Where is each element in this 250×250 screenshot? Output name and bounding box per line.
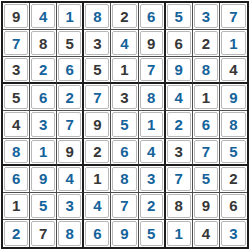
sudoku-cell-inner: 9: [85, 112, 109, 136]
given-digit: 9: [66, 144, 74, 159]
given-digit: 2: [229, 171, 237, 186]
sudoku-cell-inner: 3: [31, 112, 55, 136]
sudoku-cell-inner: 9: [221, 85, 246, 109]
sudoku-cell-inner: 1: [194, 85, 218, 109]
filled-digit: 5: [120, 117, 128, 132]
sudoku-cell-inner: 8: [221, 112, 246, 136]
sudoku-cell-inner: 6: [31, 85, 55, 109]
sudoku-cell-inner: 1: [112, 58, 136, 81]
sudoku-cell-r7c7[interactable]: 7: [166, 166, 193, 193]
sudoku-cell-r1c8[interactable]: 3: [193, 3, 220, 30]
given-digit: 1: [120, 62, 128, 77]
sudoku-cell-r9c4[interactable]: 6: [84, 220, 111, 247]
sudoku-cell-inner: 2: [31, 58, 55, 81]
sudoku-cell-r7c5[interactable]: 8: [111, 166, 138, 193]
given-digit: 3: [93, 36, 101, 51]
sudoku-cell-inner: 5: [167, 4, 191, 28]
sudoku-cell-inner: 2: [112, 4, 136, 28]
given-digit: 6: [229, 198, 237, 213]
sudoku-cell-inner: 1: [4, 194, 28, 218]
sudoku-cell-inner: 8: [112, 167, 136, 191]
sudoku-cell-r7c6[interactable]: 3: [139, 166, 166, 193]
sudoku-cell-inner: 5: [221, 140, 246, 163]
sudoku-cell-r2c4[interactable]: 3: [84, 30, 111, 57]
sudoku-cell-inner: 4: [140, 140, 163, 163]
sudoku-cell-inner: 9: [4, 4, 28, 28]
sudoku-cell-r4c9[interactable]: 9: [220, 84, 247, 111]
sudoku-cell-inner: 6: [4, 167, 28, 191]
filled-digit: 7: [175, 171, 183, 186]
given-digit: 9: [202, 198, 210, 213]
given-digit: 5: [66, 36, 74, 51]
sudoku-cell-r9c7[interactable]: 1: [166, 220, 193, 247]
sudoku-cell-r4c6[interactable]: 8: [139, 84, 166, 111]
sudoku-cell-r1c7[interactable]: 5: [166, 3, 193, 30]
sudoku-cell-r6c7[interactable]: 3: [166, 139, 193, 166]
given-digit: 2: [120, 9, 128, 24]
filled-digit: 9: [175, 62, 183, 77]
sudoku-board: 9418265377853496213265179845627384194379…: [1, 1, 249, 249]
sudoku-cell-r2c6[interactable]: 9: [139, 30, 166, 57]
filled-digit: 7: [93, 90, 101, 105]
sudoku-cell-inner: 5: [85, 58, 109, 81]
sudoku-cell-inner: 8: [194, 58, 218, 81]
filled-digit: 8: [66, 226, 74, 241]
given-digit: 3: [12, 62, 20, 77]
sudoku-cell-r4c1[interactable]: 5: [3, 84, 30, 111]
sudoku-cell-inner: 7: [167, 167, 191, 191]
sudoku-cell-r5c3[interactable]: 7: [57, 111, 84, 138]
sudoku-cell-r8c2[interactable]: 5: [30, 193, 57, 220]
sudoku-cell-inner: 1: [167, 221, 191, 246]
sudoku-cell-r6c9[interactable]: 5: [220, 139, 247, 166]
filled-digit: 5: [147, 226, 155, 241]
sudoku-cell-r5c4[interactable]: 9: [84, 111, 111, 138]
sudoku-cell-inner: 8: [31, 31, 55, 55]
sudoku-cell-r6c8[interactable]: 7: [193, 139, 220, 166]
sudoku-cell-inner: 4: [194, 221, 218, 246]
sudoku-cell-r7c4[interactable]: 1: [84, 166, 111, 193]
sudoku-cell-inner: 2: [221, 167, 246, 191]
sudoku-cell-r7c3[interactable]: 4: [57, 166, 84, 193]
filled-digit: 4: [147, 144, 155, 159]
sudoku-cell-inner: 8: [140, 85, 163, 109]
given-digit: 7: [39, 226, 47, 241]
given-digit: 3: [175, 144, 183, 159]
sudoku-cell-r3c9[interactable]: 4: [220, 57, 247, 84]
filled-digit: 2: [12, 226, 20, 241]
sudoku-cell-r2c8[interactable]: 2: [193, 30, 220, 57]
sudoku-cell-inner: 2: [85, 140, 109, 163]
filled-digit: 6: [66, 62, 74, 77]
sudoku-cell-inner: 8: [85, 4, 109, 28]
sudoku-cell-inner: 1: [140, 112, 163, 136]
sudoku-cell-r7c8[interactable]: 5: [193, 166, 220, 193]
sudoku-cell-inner: 7: [112, 194, 136, 218]
sudoku-cell-r2c2[interactable]: 8: [30, 30, 57, 57]
sudoku-cell-inner: 6: [167, 31, 191, 55]
filled-digit: 9: [229, 90, 237, 105]
sudoku-cell-inner: 1: [221, 31, 246, 55]
sudoku-cell-r5c2[interactable]: 3: [30, 111, 57, 138]
sudoku-cell-r1c9[interactable]: 7: [220, 3, 247, 30]
sudoku-cell-r8c8[interactable]: 9: [193, 193, 220, 220]
filled-digit: 3: [202, 9, 210, 24]
given-digit: 1: [12, 198, 20, 213]
sudoku-cell-inner: 4: [167, 85, 191, 109]
sudoku-cell-r8c5[interactable]: 7: [111, 193, 138, 220]
sudoku-cell-r6c4[interactable]: 2: [84, 139, 111, 166]
filled-digit: 2: [66, 90, 74, 105]
sudoku-cell-inner: 9: [31, 167, 55, 191]
filled-digit: 8: [202, 62, 210, 77]
sudoku-cell-inner: 4: [112, 31, 136, 55]
sudoku-cell-r6c1[interactable]: 8: [3, 139, 30, 166]
sudoku-cell-inner: 3: [4, 58, 28, 81]
sudoku-cell-inner: 5: [112, 112, 136, 136]
filled-digit: 7: [66, 117, 74, 132]
sudoku-cell-r4c8[interactable]: 1: [193, 84, 220, 111]
filled-digit: 9: [120, 226, 128, 241]
sudoku-cell-r4c3[interactable]: 2: [57, 84, 84, 111]
sudoku-cell-inner: 5: [58, 31, 81, 55]
filled-digit: 6: [93, 226, 101, 241]
sudoku-cell-r3c4[interactable]: 5: [84, 57, 111, 84]
sudoku-cell-r7c2[interactable]: 9: [30, 166, 57, 193]
sudoku-cell-r5c7[interactable]: 2: [166, 111, 193, 138]
filled-digit: 4: [175, 90, 183, 105]
sudoku-cell-inner: 3: [112, 85, 136, 109]
sudoku-cell-r8c3[interactable]: 3: [57, 193, 84, 220]
filled-digit: 9: [39, 171, 47, 186]
sudoku-cell-r3c3[interactable]: 6: [57, 57, 84, 84]
sudoku-cell-r8c6[interactable]: 2: [139, 193, 166, 220]
given-digit: 5: [12, 90, 20, 105]
sudoku-cell-inner: 8: [58, 221, 81, 246]
sudoku-cell-inner: 9: [112, 221, 136, 246]
sudoku-cell-r3c1[interactable]: 3: [3, 57, 30, 84]
sudoku-cell-r9c5[interactable]: 9: [111, 220, 138, 247]
sudoku-cell-inner: 8: [4, 140, 28, 163]
filled-digit: 1: [175, 226, 183, 241]
sudoku-cell-inner: 3: [194, 4, 218, 28]
sudoku-cell-inner: 6: [194, 112, 218, 136]
sudoku-cell-inner: 4: [221, 58, 246, 81]
sudoku-cell-r9c1[interactable]: 2: [3, 220, 30, 247]
sudoku-cell-inner: 2: [167, 112, 191, 136]
sudoku-cell-r6c5[interactable]: 6: [111, 139, 138, 166]
sudoku-cell-inner: 5: [194, 167, 218, 191]
sudoku-cell-inner: 7: [4, 31, 28, 55]
filled-digit: 2: [147, 198, 155, 213]
given-digit: 8: [39, 36, 47, 51]
filled-digit: 6: [12, 171, 20, 186]
given-digit: 6: [175, 36, 183, 51]
sudoku-cell-r4c5[interactable]: 3: [111, 84, 138, 111]
sudoku-cell-inner: 5: [4, 85, 28, 109]
sudoku-cell-r2c1[interactable]: 7: [3, 30, 30, 57]
filled-digit: 3: [66, 198, 74, 213]
given-digit: 2: [202, 36, 210, 51]
filled-digit: 5: [202, 171, 210, 186]
sudoku-cell-r3c2[interactable]: 2: [30, 57, 57, 84]
sudoku-cell-r1c5[interactable]: 2: [111, 3, 138, 30]
filled-digit: 7: [12, 36, 20, 51]
sudoku-cell-inner: 6: [112, 140, 136, 163]
sudoku-cell-inner: 4: [31, 4, 55, 28]
filled-digit: 7: [147, 62, 155, 77]
sudoku-cell-r5c8[interactable]: 6: [193, 111, 220, 138]
sudoku-cell-r2c7[interactable]: 6: [166, 30, 193, 57]
filled-digit: 6: [202, 117, 210, 132]
filled-digit: 8: [93, 9, 101, 24]
sudoku-cell-inner: 9: [167, 58, 191, 81]
sudoku-cell-r5c5[interactable]: 5: [111, 111, 138, 138]
sudoku-cell-r2c5[interactable]: 4: [111, 30, 138, 57]
filled-digit: 1: [229, 36, 237, 51]
given-digit: 9: [12, 9, 20, 24]
sudoku-cell-inner: 6: [221, 194, 246, 218]
filled-digit: 1: [66, 9, 74, 24]
sudoku-cell-r7c9[interactable]: 2: [220, 166, 247, 193]
filled-digit: 3: [147, 171, 155, 186]
given-digit: 4: [12, 117, 20, 132]
sudoku-grid: 9418265377853496213265179845627384194379…: [3, 3, 247, 247]
sudoku-cell-r2c3[interactable]: 5: [57, 30, 84, 57]
sudoku-cell-r4c4[interactable]: 7: [84, 84, 111, 111]
sudoku-cell-r1c6[interactable]: 6: [139, 3, 166, 30]
filled-digit: 3: [39, 117, 47, 132]
sudoku-cell-r3c7[interactable]: 9: [166, 57, 193, 84]
sudoku-cell-inner: 9: [58, 140, 81, 163]
sudoku-cell-inner: 4: [85, 194, 109, 218]
sudoku-cell-r3c6[interactable]: 7: [139, 57, 166, 84]
sudoku-cell-r5c6[interactable]: 1: [139, 111, 166, 138]
sudoku-cell-r9c2[interactable]: 7: [30, 220, 57, 247]
sudoku-cell-inner: 9: [194, 194, 218, 218]
sudoku-cell-r9c9[interactable]: 3: [220, 220, 247, 247]
sudoku-cell-inner: 2: [194, 31, 218, 55]
sudoku-cell-inner: 3: [140, 167, 163, 191]
sudoku-cell-inner: 3: [58, 194, 81, 218]
sudoku-cell-r8c7[interactable]: 8: [166, 193, 193, 220]
sudoku-cell-inner: 4: [4, 112, 28, 136]
filled-digit: 4: [66, 171, 74, 186]
sudoku-cell-r9c6[interactable]: 5: [139, 220, 166, 247]
sudoku-cell-r3c8[interactable]: 8: [193, 57, 220, 84]
given-digit: 1: [202, 90, 210, 105]
given-digit: 3: [120, 90, 128, 105]
given-digit: 5: [93, 62, 101, 77]
sudoku-cell-r3c5[interactable]: 1: [111, 57, 138, 84]
sudoku-cell-inner: 6: [58, 58, 81, 81]
filled-digit: 7: [120, 198, 128, 213]
sudoku-cell-r8c9[interactable]: 6: [220, 193, 247, 220]
filled-digit: 1: [39, 144, 47, 159]
filled-digit: 4: [120, 36, 128, 51]
sudoku-cell-r4c7[interactable]: 4: [166, 84, 193, 111]
sudoku-cell-inner: 3: [85, 31, 109, 55]
sudoku-cell-inner: 6: [140, 4, 163, 28]
sudoku-cell-inner: 2: [140, 194, 163, 218]
sudoku-cell-inner: 8: [167, 194, 191, 218]
sudoku-cell-r6c3[interactable]: 9: [57, 139, 84, 166]
sudoku-cell-r6c6[interactable]: 4: [139, 139, 166, 166]
sudoku-cell-r1c1[interactable]: 9: [3, 3, 30, 30]
filled-digit: 2: [39, 62, 47, 77]
sudoku-cell-inner: 7: [221, 4, 246, 28]
given-digit: 4: [229, 62, 237, 77]
sudoku-cell-r5c9[interactable]: 8: [220, 111, 247, 138]
given-digit: 9: [93, 117, 101, 132]
filled-digit: 7: [229, 9, 237, 24]
filled-digit: 8: [12, 144, 20, 159]
sudoku-cell-r2c9[interactable]: 1: [220, 30, 247, 57]
sudoku-cell-inner: 3: [221, 221, 246, 246]
sudoku-cell-r7c1[interactable]: 6: [3, 166, 30, 193]
given-digit: 2: [93, 144, 101, 159]
sudoku-cell-r1c4[interactable]: 8: [84, 3, 111, 30]
given-digit: 4: [202, 226, 210, 241]
filled-digit: 2: [175, 117, 183, 132]
filled-digit: 8: [147, 90, 155, 105]
filled-digit: 6: [120, 144, 128, 159]
given-digit: 8: [175, 198, 183, 213]
sudoku-cell-inner: 1: [31, 140, 55, 163]
sudoku-cell-inner: 7: [31, 221, 55, 246]
sudoku-cell-r1c2[interactable]: 4: [30, 3, 57, 30]
filled-digit: 6: [147, 9, 155, 24]
filled-digit: 6: [39, 90, 47, 105]
sudoku-cell-r5c1[interactable]: 4: [3, 111, 30, 138]
sudoku-cell-inner: 7: [194, 140, 218, 163]
filled-digit: 5: [39, 198, 47, 213]
given-digit: 9: [147, 36, 155, 51]
filled-digit: 1: [147, 117, 155, 132]
sudoku-cell-r9c8[interactable]: 4: [193, 220, 220, 247]
filled-digit: 8: [120, 171, 128, 186]
sudoku-cell-inner: 5: [31, 194, 55, 218]
filled-digit: 3: [229, 226, 237, 241]
sudoku-cell-inner: 4: [58, 167, 81, 191]
filled-digit: 5: [229, 144, 237, 159]
sudoku-cell-r9c3[interactable]: 8: [57, 220, 84, 247]
filled-digit: 4: [39, 9, 47, 24]
sudoku-cell-inner: 9: [140, 31, 163, 55]
sudoku-cell-inner: 5: [140, 221, 163, 246]
sudoku-cell-inner: 2: [58, 85, 81, 109]
filled-digit: 8: [229, 117, 237, 132]
sudoku-cell-inner: 1: [85, 167, 109, 191]
sudoku-cell-inner: 6: [85, 221, 109, 246]
filled-digit: 7: [202, 144, 210, 159]
sudoku-cell-r4c2[interactable]: 6: [30, 84, 57, 111]
sudoku-cell-r8c1[interactable]: 1: [3, 193, 30, 220]
sudoku-cell-inner: 7: [58, 112, 81, 136]
sudoku-cell-inner: 7: [85, 85, 109, 109]
sudoku-cell-r1c3[interactable]: 1: [57, 3, 84, 30]
sudoku-cell-r8c4[interactable]: 4: [84, 193, 111, 220]
sudoku-cell-inner: 2: [4, 221, 28, 246]
sudoku-cell-inner: 1: [58, 4, 81, 28]
filled-digit: 5: [175, 9, 183, 24]
filled-digit: 4: [93, 198, 101, 213]
sudoku-cell-inner: 7: [140, 58, 163, 81]
sudoku-cell-inner: 3: [167, 140, 191, 163]
sudoku-cell-r6c2[interactable]: 1: [30, 139, 57, 166]
given-digit: 1: [93, 171, 101, 186]
